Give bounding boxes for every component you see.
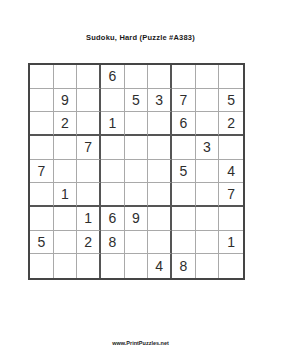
cell-r4c6 — [148, 136, 172, 160]
cell-r2c6: 3 — [148, 89, 172, 113]
site-credit: www.PrintPuzzles.net — [0, 340, 281, 346]
cell-r7c5: 9 — [125, 207, 149, 231]
cell-r5c3 — [77, 160, 101, 184]
cell-r2c3 — [77, 89, 101, 113]
cell-r7c8 — [196, 207, 220, 231]
cell-r7c2 — [54, 207, 78, 231]
cell-r8c7 — [172, 231, 196, 255]
cell-r7c3: 1 — [77, 207, 101, 231]
cell-r1c4: 6 — [101, 65, 125, 89]
cell-r4c2 — [54, 136, 78, 160]
cell-r9c8 — [196, 254, 220, 278]
cell-r4c3: 7 — [77, 136, 101, 160]
cell-r1c3 — [77, 65, 101, 89]
cell-r1c8 — [196, 65, 220, 89]
cell-r1c6 — [148, 65, 172, 89]
cell-r3c7: 6 — [172, 112, 196, 136]
cell-r6c8 — [196, 183, 220, 207]
cell-r9c4 — [101, 254, 125, 278]
cell-r3c9: 2 — [219, 112, 243, 136]
cell-r9c9 — [219, 254, 243, 278]
cell-r7c6 — [148, 207, 172, 231]
cell-r3c6 — [148, 112, 172, 136]
cell-r7c4: 6 — [101, 207, 125, 231]
cell-r5c4 — [101, 160, 125, 184]
cell-r8c5 — [125, 231, 149, 255]
cell-r7c1 — [30, 207, 54, 231]
cell-r8c1: 5 — [30, 231, 54, 255]
cell-r4c9 — [219, 136, 243, 160]
cell-r9c3 — [77, 254, 101, 278]
cell-r8c4: 8 — [101, 231, 125, 255]
cell-r3c3 — [77, 112, 101, 136]
cell-r1c7 — [172, 65, 196, 89]
cell-r1c5 — [125, 65, 149, 89]
sudoku-board: 69537521627375417169528148 — [28, 63, 245, 280]
cell-r3c8 — [196, 112, 220, 136]
cell-r7c9 — [219, 207, 243, 231]
cell-r8c2 — [54, 231, 78, 255]
cell-r6c2: 1 — [54, 183, 78, 207]
cell-r9c2 — [54, 254, 78, 278]
cell-r9c1 — [30, 254, 54, 278]
cell-r8c9: 1 — [219, 231, 243, 255]
cell-r4c5 — [125, 136, 149, 160]
cell-r1c2 — [54, 65, 78, 89]
cell-r2c8 — [196, 89, 220, 113]
cell-r2c5: 5 — [125, 89, 149, 113]
cell-r7c7 — [172, 207, 196, 231]
puzzle-page: Sudoku, Hard (Puzzle #A383) 695375216273… — [0, 0, 281, 363]
cell-r2c1 — [30, 89, 54, 113]
cell-r5c2 — [54, 160, 78, 184]
cell-r6c5 — [125, 183, 149, 207]
cell-r3c2: 2 — [54, 112, 78, 136]
cell-r5c8 — [196, 160, 220, 184]
cell-r6c9: 7 — [219, 183, 243, 207]
cell-r5c1: 7 — [30, 160, 54, 184]
cell-r6c1 — [30, 183, 54, 207]
cell-r8c8 — [196, 231, 220, 255]
cell-r5c7: 5 — [172, 160, 196, 184]
cell-r6c3 — [77, 183, 101, 207]
cell-r6c4 — [101, 183, 125, 207]
cell-r9c5 — [125, 254, 149, 278]
cell-r6c6 — [148, 183, 172, 207]
cell-r5c6 — [148, 160, 172, 184]
cell-r2c2: 9 — [54, 89, 78, 113]
cell-r1c1 — [30, 65, 54, 89]
cell-r4c1 — [30, 136, 54, 160]
cell-r4c7 — [172, 136, 196, 160]
cell-r8c3: 2 — [77, 231, 101, 255]
cell-r9c7: 8 — [172, 254, 196, 278]
cell-r8c6 — [148, 231, 172, 255]
cell-r1c9 — [219, 65, 243, 89]
cell-r2c7: 7 — [172, 89, 196, 113]
cell-r2c9: 5 — [219, 89, 243, 113]
cell-r9c6: 4 — [148, 254, 172, 278]
cell-r6c7 — [172, 183, 196, 207]
puzzle-title: Sudoku, Hard (Puzzle #A383) — [0, 33, 281, 42]
cell-r3c5 — [125, 112, 149, 136]
cell-r5c9: 4 — [219, 160, 243, 184]
cell-r3c4: 1 — [101, 112, 125, 136]
cell-r4c8: 3 — [196, 136, 220, 160]
cell-r5c5 — [125, 160, 149, 184]
cell-r2c4 — [101, 89, 125, 113]
cell-r3c1 — [30, 112, 54, 136]
cell-r4c4 — [101, 136, 125, 160]
